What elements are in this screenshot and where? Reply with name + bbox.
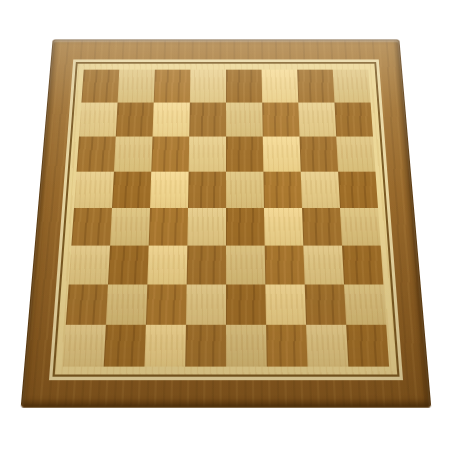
square-b6[interactable] <box>114 137 153 172</box>
square-h3[interactable] <box>342 246 383 285</box>
board-inner-margin <box>55 64 397 375</box>
square-f5[interactable] <box>263 172 302 208</box>
square-f1[interactable] <box>266 325 308 367</box>
square-d4[interactable] <box>187 208 226 246</box>
square-f8[interactable] <box>262 70 299 103</box>
square-h1[interactable] <box>346 325 389 367</box>
square-a7[interactable] <box>79 103 118 137</box>
square-c7[interactable] <box>153 103 190 137</box>
square-e2[interactable] <box>226 285 266 325</box>
square-b4[interactable] <box>110 208 150 246</box>
square-d8[interactable] <box>190 70 226 103</box>
square-g3[interactable] <box>303 246 344 285</box>
square-f3[interactable] <box>265 246 305 285</box>
square-f6[interactable] <box>263 137 301 172</box>
square-d7[interactable] <box>189 103 226 137</box>
inlay-light-line <box>49 59 403 380</box>
square-d2[interactable] <box>186 285 226 325</box>
square-g8[interactable] <box>297 70 334 103</box>
square-a2[interactable] <box>66 285 108 325</box>
square-d6[interactable] <box>189 137 226 172</box>
square-a5[interactable] <box>74 172 114 208</box>
square-h2[interactable] <box>344 285 386 325</box>
photo-background <box>0 0 450 450</box>
square-f2[interactable] <box>265 285 306 325</box>
square-c6[interactable] <box>151 137 189 172</box>
board-grid <box>63 70 389 367</box>
square-c1[interactable] <box>144 325 186 367</box>
square-e1[interactable] <box>226 325 267 367</box>
square-h6[interactable] <box>336 137 375 172</box>
square-d3[interactable] <box>187 246 226 285</box>
square-e5[interactable] <box>226 172 264 208</box>
square-b1[interactable] <box>104 325 146 367</box>
square-b8[interactable] <box>118 70 155 103</box>
square-e7[interactable] <box>226 103 263 137</box>
square-c4[interactable] <box>149 208 188 246</box>
chessboard <box>21 39 432 407</box>
square-f7[interactable] <box>262 103 299 137</box>
square-e8[interactable] <box>226 70 262 103</box>
square-e3[interactable] <box>226 246 265 285</box>
square-g7[interactable] <box>298 103 336 137</box>
square-c2[interactable] <box>146 285 187 325</box>
square-d1[interactable] <box>185 325 226 367</box>
square-a1[interactable] <box>63 325 106 367</box>
square-a6[interactable] <box>77 137 116 172</box>
square-a4[interactable] <box>71 208 112 246</box>
square-c5[interactable] <box>150 172 189 208</box>
square-b2[interactable] <box>106 285 147 325</box>
square-g4[interactable] <box>302 208 342 246</box>
square-b5[interactable] <box>112 172 151 208</box>
square-h5[interactable] <box>338 172 378 208</box>
square-d5[interactable] <box>188 172 226 208</box>
square-h7[interactable] <box>334 103 373 137</box>
square-h4[interactable] <box>340 208 381 246</box>
square-g5[interactable] <box>301 172 340 208</box>
square-a3[interactable] <box>69 246 110 285</box>
square-c3[interactable] <box>147 246 187 285</box>
square-g6[interactable] <box>299 137 338 172</box>
square-e4[interactable] <box>226 208 265 246</box>
square-e6[interactable] <box>226 137 263 172</box>
square-b3[interactable] <box>108 246 149 285</box>
square-c8[interactable] <box>154 70 191 103</box>
square-b7[interactable] <box>116 103 154 137</box>
square-a8[interactable] <box>81 70 119 103</box>
square-g2[interactable] <box>305 285 346 325</box>
board-frame <box>21 39 432 407</box>
square-g1[interactable] <box>306 325 348 367</box>
inlay-dark-line <box>52 62 399 377</box>
square-f4[interactable] <box>264 208 303 246</box>
square-h8[interactable] <box>333 70 371 103</box>
